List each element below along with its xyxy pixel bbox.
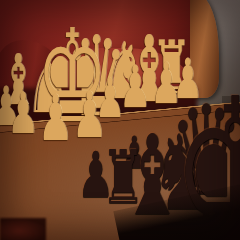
table-leg-glint xyxy=(0,218,46,240)
piece-white-pawn-c7: ♟ xyxy=(36,87,75,151)
photo-scene: ♟♝♟♞♟♚♟♛♟♞♟♝♟♜♟♟♜♟♝♞♛♚ xyxy=(0,0,240,240)
